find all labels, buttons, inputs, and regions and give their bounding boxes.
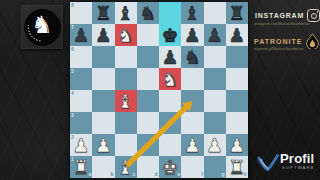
file-label-h: h: [244, 172, 247, 177]
square-a1: 1a♜: [70, 156, 92, 178]
file-label-g: g: [222, 172, 225, 177]
black-bishop-f8: ♝: [181, 2, 203, 24]
square-a7: 7♟: [70, 24, 92, 46]
white-pawn-g2: ♟: [204, 134, 226, 156]
square-h3: [226, 112, 248, 134]
rank-label-4: 4: [71, 91, 74, 96]
black-pawn-f7: ♟: [181, 24, 203, 46]
black-rook-h8: ♜: [226, 2, 248, 24]
rank-label-3: 3: [71, 113, 74, 118]
white-pawn-f2: ♟: [181, 134, 203, 156]
square-f1: f: [181, 156, 203, 178]
square-f5: [181, 68, 203, 90]
board-grid: 8♜♝♞♝♜7♟♟♞♚♟♟♟6♟♞5♞4♝32♟♟♟♟♟1a♜bc♝de♚fgh…: [70, 2, 248, 178]
square-d5: [137, 68, 159, 90]
black-rook-b8: ♜: [92, 2, 114, 24]
square-c5: [115, 68, 137, 90]
square-c6: [115, 46, 137, 68]
file-label-c: c: [133, 172, 136, 177]
square-h7: ♟: [226, 24, 248, 46]
profil-software-icon: [256, 153, 280, 173]
black-pawn-b7: ♟: [92, 24, 114, 46]
square-c2: [115, 134, 137, 156]
square-d8: ♞: [137, 2, 159, 24]
logo-arc-text: [24, 9, 61, 46]
file-label-e: e: [177, 172, 180, 177]
square-c3: [115, 112, 137, 134]
white-pawn-h2: ♟: [226, 134, 248, 156]
square-d3: [137, 112, 159, 134]
square-b3: [92, 112, 114, 134]
sidebar: INSTAGRAM instagram.com/MariuszSzambelan…: [248, 0, 320, 180]
square-e7: ♚: [159, 24, 181, 46]
instagram-label: INSTAGRAM: [255, 12, 304, 19]
square-b7: ♟: [92, 24, 114, 46]
rank-label-7: 7: [71, 25, 74, 30]
square-a3: 3: [70, 112, 92, 134]
square-b5: [92, 68, 114, 90]
square-g3: [204, 112, 226, 134]
square-c8: ♝: [115, 2, 137, 24]
file-label-d: d: [155, 172, 158, 177]
black-pawn-e6: ♟: [159, 46, 181, 68]
square-h4: [226, 90, 248, 112]
square-g4: [204, 90, 226, 112]
square-b2: ♟: [92, 134, 114, 156]
square-f3: [181, 112, 203, 134]
patronite-url: patronite.pl/MariuszSzambelan: [254, 47, 314, 51]
square-f2: ♟: [181, 134, 203, 156]
square-g8: [204, 2, 226, 24]
square-b1: b: [92, 156, 114, 178]
rank-label-6: 6: [71, 47, 74, 52]
square-c4: ♝: [115, 90, 137, 112]
white-knight-c7: ♞: [115, 24, 137, 46]
square-a8: 8: [70, 2, 92, 24]
square-g5: [204, 68, 226, 90]
rank-label-1: 1: [71, 157, 74, 162]
instagram-lens: [311, 13, 317, 19]
square-e1: e♚: [159, 156, 181, 178]
square-g6: [204, 46, 226, 68]
square-a2: 2♟: [70, 134, 92, 156]
instagram-url: instagram.com/MariuszSzambelan: [254, 22, 314, 26]
sponsor-subtitle: SOFTWARE: [282, 165, 315, 169]
white-knight-e5: ♞: [159, 68, 181, 90]
square-b4: [92, 90, 114, 112]
square-e6: ♟: [159, 46, 181, 68]
square-e5: ♞: [159, 68, 181, 90]
black-knight-f6: ♞: [181, 46, 203, 68]
knight-logo-icon: ♞: [24, 9, 61, 46]
square-c7: ♞: [115, 24, 137, 46]
square-e2: [159, 134, 181, 156]
sponsor-logo: Profil SOFTWARE: [256, 151, 318, 175]
square-e3: [159, 112, 181, 134]
square-f4: [181, 90, 203, 112]
white-bishop-c4: ♝: [115, 90, 137, 112]
square-d1: d: [137, 156, 159, 178]
file-label-a: a: [88, 172, 91, 177]
instagram-icon: [307, 9, 320, 22]
instagram-row: INSTAGRAM: [255, 9, 320, 22]
instagram-flash-dot: [317, 11, 319, 13]
square-d2: [137, 134, 159, 156]
square-f8: ♝: [181, 2, 203, 24]
file-label-f: f: [201, 172, 203, 177]
square-g1: g: [204, 156, 226, 178]
rank-label-8: 8: [71, 3, 74, 8]
square-h5: [226, 68, 248, 90]
square-d4: [137, 90, 159, 112]
file-label-b: b: [110, 172, 113, 177]
patronite-label: PATRONITE: [254, 38, 302, 45]
rank-label-2: 2: [71, 135, 74, 140]
square-b6: [92, 46, 114, 68]
square-e4: [159, 90, 181, 112]
black-king-e7: ♚: [159, 24, 181, 46]
square-c1: c♝: [115, 156, 137, 178]
square-h6: [226, 46, 248, 68]
square-h2: ♟: [226, 134, 248, 156]
black-bishop-c8: ♝: [115, 2, 137, 24]
square-d7: [137, 24, 159, 46]
square-e8: [159, 2, 181, 24]
channel-logo-tile: ♞: [21, 5, 63, 49]
square-h8: ♜: [226, 2, 248, 24]
square-f6: ♞: [181, 46, 203, 68]
square-d6: [137, 46, 159, 68]
black-knight-d8: ♞: [137, 2, 159, 24]
chess-board: 8♜♝♞♝♜7♟♟♞♚♟♟♟6♟♞5♞4♝32♟♟♟♟♟1a♜bc♝de♚fgh…: [70, 2, 248, 178]
square-g2: ♟: [204, 134, 226, 156]
square-a4: 4: [70, 90, 92, 112]
black-pawn-h7: ♟: [226, 24, 248, 46]
square-a6: 6: [70, 46, 92, 68]
white-pawn-b2: ♟: [92, 134, 114, 156]
black-pawn-g7: ♟: [204, 24, 226, 46]
square-f7: ♟: [181, 24, 203, 46]
square-h1: h♜: [226, 156, 248, 178]
square-g7: ♟: [204, 24, 226, 46]
square-b8: ♜: [92, 2, 114, 24]
square-a5: 5: [70, 68, 92, 90]
sponsor-name: Profil: [280, 151, 314, 166]
rank-label-5: 5: [71, 69, 74, 74]
